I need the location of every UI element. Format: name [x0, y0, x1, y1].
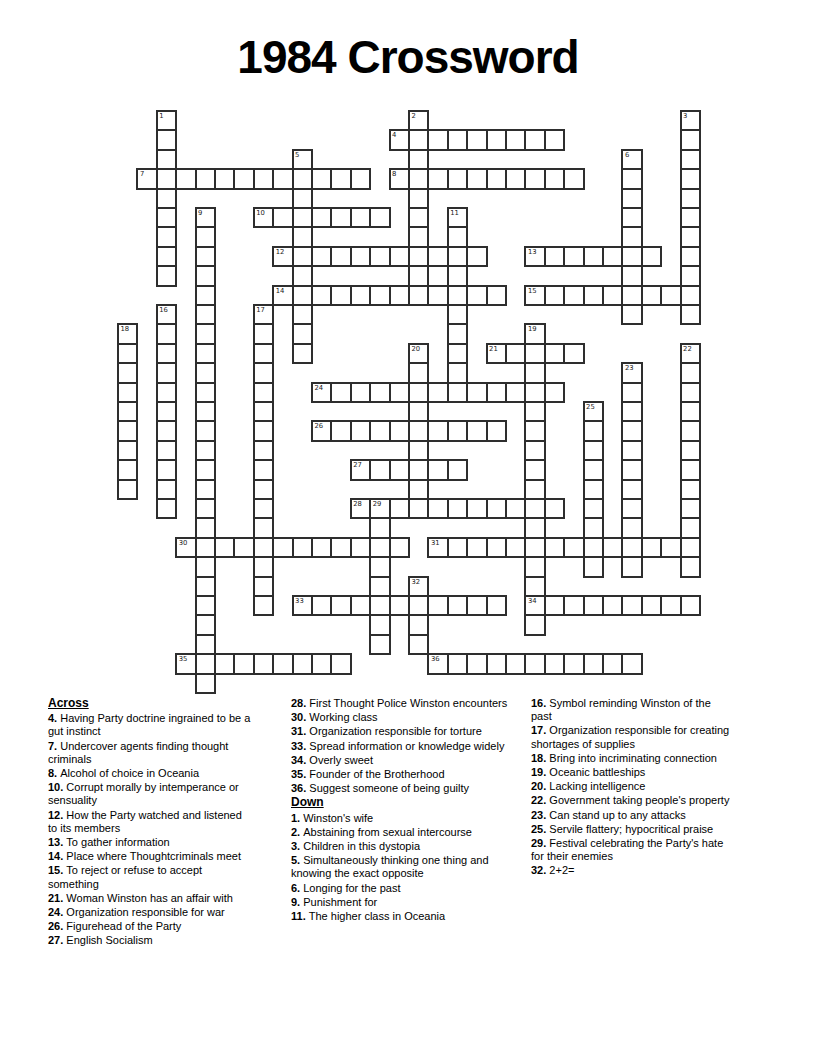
grid-cell[interactable] [175, 168, 196, 189]
grid-cell[interactable] [621, 285, 642, 306]
grid-cell[interactable] [330, 168, 351, 189]
grid-cell[interactable] [195, 653, 216, 674]
grid-cell[interactable]: 28 [350, 498, 371, 519]
grid-cell[interactable] [292, 207, 313, 228]
grid-cell[interactable] [680, 420, 701, 441]
grid-cell[interactable] [292, 323, 313, 344]
grid-cell[interactable] [214, 537, 235, 558]
grid-cell[interactable] [563, 595, 584, 616]
grid-cell[interactable] [544, 382, 565, 403]
grid-cell[interactable] [156, 323, 177, 344]
grid-cell[interactable] [156, 188, 177, 209]
grid-cell[interactable] [583, 595, 604, 616]
grid-cell[interactable] [680, 246, 701, 267]
grid-cell[interactable]: 1 [156, 110, 177, 131]
grid-cell[interactable] [195, 265, 216, 286]
grid-cell[interactable] [505, 653, 526, 674]
grid-cell[interactable] [680, 498, 701, 519]
grid-cell[interactable] [195, 673, 216, 694]
grid-cell[interactable] [195, 304, 216, 325]
grid-cell[interactable] [233, 653, 254, 674]
grid-cell[interactable] [447, 226, 468, 247]
grid-cell[interactable] [117, 382, 138, 403]
grid-cell[interactable] [524, 653, 545, 674]
grid-cell[interactable] [330, 420, 351, 441]
grid-cell[interactable] [583, 459, 604, 480]
grid-cell[interactable] [389, 420, 410, 441]
grid-cell[interactable] [505, 537, 526, 558]
grid-cell[interactable] [621, 246, 642, 267]
grid-cell[interactable]: 31 [427, 537, 448, 558]
grid-cell[interactable] [369, 576, 390, 597]
grid-cell[interactable] [350, 285, 371, 306]
grid-cell[interactable] [544, 246, 565, 267]
grid-cell[interactable] [253, 653, 274, 674]
grid-cell[interactable] [195, 343, 216, 364]
grid-cell[interactable] [427, 246, 448, 267]
grid-cell[interactable] [156, 479, 177, 500]
grid-cell[interactable] [544, 595, 565, 616]
grid-cell[interactable] [660, 285, 681, 306]
grid-cell[interactable] [524, 614, 545, 635]
grid-cell[interactable] [408, 265, 429, 286]
grid-cell[interactable] [524, 401, 545, 422]
grid-cell[interactable] [330, 537, 351, 558]
grid-cell[interactable] [660, 537, 681, 558]
grid-cell[interactable] [563, 168, 584, 189]
grid-cell[interactable] [447, 420, 468, 441]
grid-cell[interactable] [621, 304, 642, 325]
grid-cell[interactable] [195, 614, 216, 635]
grid-cell[interactable] [330, 653, 351, 674]
grid-cell[interactable] [447, 265, 468, 286]
grid-cell[interactable] [621, 653, 642, 674]
grid-cell[interactable] [408, 401, 429, 422]
grid-cell[interactable] [544, 498, 565, 519]
grid-cell[interactable] [253, 323, 274, 344]
grid-cell[interactable] [408, 459, 429, 480]
grid-cell[interactable] [486, 498, 507, 519]
grid-cell[interactable] [214, 168, 235, 189]
grid-cell[interactable] [253, 401, 274, 422]
grid-cell[interactable] [524, 362, 545, 383]
grid-cell[interactable]: 22 [680, 343, 701, 364]
grid-cell[interactable] [427, 168, 448, 189]
grid-cell[interactable] [195, 459, 216, 480]
grid-cell[interactable] [524, 343, 545, 364]
grid-cell[interactable] [253, 479, 274, 500]
grid-cell[interactable] [389, 498, 410, 519]
grid-cell[interactable] [292, 343, 313, 364]
grid-cell[interactable] [330, 382, 351, 403]
grid-cell[interactable] [156, 343, 177, 364]
grid-cell[interactable]: 12 [272, 246, 293, 267]
grid-cell[interactable] [156, 362, 177, 383]
grid-cell[interactable]: 3 [680, 110, 701, 131]
grid-cell[interactable] [253, 517, 274, 538]
grid-cell[interactable] [195, 537, 216, 558]
grid-cell[interactable] [621, 556, 642, 577]
grid-cell[interactable] [680, 459, 701, 480]
grid-cell[interactable] [583, 420, 604, 441]
grid-cell[interactable]: 14 [272, 285, 293, 306]
grid-cell[interactable] [544, 129, 565, 150]
grid-cell[interactable] [350, 537, 371, 558]
grid-cell[interactable] [544, 168, 565, 189]
grid-cell[interactable] [253, 168, 274, 189]
grid-cell[interactable] [524, 420, 545, 441]
grid-cell[interactable]: 32 [408, 576, 429, 597]
grid-cell[interactable] [583, 653, 604, 674]
grid-cell[interactable] [195, 401, 216, 422]
grid-cell[interactable] [408, 362, 429, 383]
grid-cell[interactable] [621, 226, 642, 247]
grid-cell[interactable] [408, 420, 429, 441]
grid-cell[interactable] [117, 420, 138, 441]
grid-cell[interactable] [117, 479, 138, 500]
grid-cell[interactable] [621, 188, 642, 209]
grid-cell[interactable] [350, 595, 371, 616]
grid-cell[interactable] [641, 285, 662, 306]
grid-cell[interactable] [680, 304, 701, 325]
grid-cell[interactable] [408, 634, 429, 655]
grid-cell[interactable] [253, 459, 274, 480]
grid-cell[interactable] [621, 401, 642, 422]
grid-cell[interactable] [544, 343, 565, 364]
grid-cell[interactable] [680, 440, 701, 461]
grid-cell[interactable] [447, 246, 468, 267]
grid-cell[interactable] [524, 440, 545, 461]
grid-cell[interactable] [427, 382, 448, 403]
grid-cell[interactable] [621, 440, 642, 461]
grid-cell[interactable] [311, 207, 332, 228]
grid-cell[interactable] [117, 401, 138, 422]
grid-cell[interactable] [680, 401, 701, 422]
grid-cell[interactable] [621, 207, 642, 228]
grid-cell[interactable] [447, 382, 468, 403]
grid-cell[interactable]: 33 [292, 595, 313, 616]
grid-cell[interactable] [680, 285, 701, 306]
grid-cell[interactable]: 20 [408, 343, 429, 364]
grid-cell[interactable] [680, 168, 701, 189]
grid-cell[interactable] [524, 498, 545, 519]
grid-cell[interactable] [253, 595, 274, 616]
grid-cell[interactable] [311, 595, 332, 616]
grid-cell[interactable] [563, 246, 584, 267]
grid-cell[interactable] [524, 382, 545, 403]
grid-cell[interactable] [195, 168, 216, 189]
grid-cell[interactable] [466, 129, 487, 150]
grid-cell[interactable] [292, 265, 313, 286]
grid-cell[interactable] [505, 498, 526, 519]
grid-cell[interactable] [447, 595, 468, 616]
grid-cell[interactable] [641, 537, 662, 558]
grid-cell[interactable] [117, 362, 138, 383]
grid-cell[interactable]: 8 [389, 168, 410, 189]
grid-cell[interactable] [602, 595, 623, 616]
grid-cell[interactable] [466, 653, 487, 674]
grid-cell[interactable] [524, 517, 545, 538]
grid-cell[interactable] [466, 285, 487, 306]
grid-cell[interactable]: 7 [136, 168, 157, 189]
grid-cell[interactable] [253, 440, 274, 461]
grid-cell[interactable] [117, 343, 138, 364]
grid-cell[interactable] [486, 537, 507, 558]
grid-cell[interactable] [524, 556, 545, 577]
grid-cell[interactable] [389, 595, 410, 616]
grid-cell[interactable] [272, 168, 293, 189]
grid-cell[interactable] [583, 285, 604, 306]
grid-cell[interactable] [408, 226, 429, 247]
grid-cell[interactable]: 26 [311, 420, 332, 441]
grid-cell[interactable]: 25 [583, 401, 604, 422]
grid-cell[interactable]: 34 [524, 595, 545, 616]
grid-cell[interactable]: 17 [253, 304, 274, 325]
grid-cell[interactable] [156, 226, 177, 247]
grid-cell[interactable] [156, 129, 177, 150]
grid-cell[interactable] [369, 459, 390, 480]
grid-cell[interactable] [253, 537, 274, 558]
grid-cell[interactable] [369, 207, 390, 228]
grid-cell[interactable] [602, 285, 623, 306]
grid-cell[interactable] [350, 382, 371, 403]
grid-cell[interactable] [292, 226, 313, 247]
grid-cell[interactable] [583, 517, 604, 538]
grid-cell[interactable] [408, 440, 429, 461]
grid-cell[interactable] [195, 595, 216, 616]
grid-cell[interactable] [272, 653, 293, 674]
grid-cell[interactable] [447, 362, 468, 383]
grid-cell[interactable] [330, 285, 351, 306]
grid-cell[interactable] [369, 285, 390, 306]
grid-cell[interactable] [427, 129, 448, 150]
grid-cell[interactable] [583, 479, 604, 500]
grid-cell[interactable]: 19 [524, 323, 545, 344]
grid-cell[interactable] [583, 440, 604, 461]
grid-cell[interactable] [156, 265, 177, 286]
grid-cell[interactable]: 15 [524, 285, 545, 306]
grid-cell[interactable] [447, 168, 468, 189]
grid-cell[interactable] [369, 382, 390, 403]
grid-cell[interactable] [408, 207, 429, 228]
grid-cell[interactable] [195, 498, 216, 519]
grid-cell[interactable] [195, 634, 216, 655]
grid-cell[interactable] [447, 653, 468, 674]
grid-cell[interactable] [621, 537, 642, 558]
grid-cell[interactable] [408, 479, 429, 500]
grid-cell[interactable] [253, 498, 274, 519]
grid-cell[interactable] [292, 188, 313, 209]
grid-cell[interactable] [466, 537, 487, 558]
grid-cell[interactable] [427, 285, 448, 306]
grid-cell[interactable] [369, 246, 390, 267]
grid-cell[interactable] [253, 420, 274, 441]
grid-cell[interactable] [233, 168, 254, 189]
grid-cell[interactable] [389, 537, 410, 558]
grid-cell[interactable] [563, 653, 584, 674]
grid-cell[interactable] [389, 246, 410, 267]
grid-cell[interactable]: 10 [253, 207, 274, 228]
grid-cell[interactable] [253, 556, 274, 577]
grid-cell[interactable] [156, 207, 177, 228]
grid-cell[interactable] [408, 188, 429, 209]
grid-cell[interactable] [292, 285, 313, 306]
grid-cell[interactable] [602, 246, 623, 267]
grid-cell[interactable] [408, 285, 429, 306]
grid-cell[interactable]: 9 [195, 207, 216, 228]
grid-cell[interactable] [660, 595, 681, 616]
grid-cell[interactable] [505, 382, 526, 403]
grid-cell[interactable] [311, 653, 332, 674]
grid-cell[interactable] [621, 382, 642, 403]
grid-cell[interactable] [408, 614, 429, 635]
grid-cell[interactable] [369, 595, 390, 616]
grid-cell[interactable] [253, 362, 274, 383]
grid-cell[interactable] [680, 226, 701, 247]
grid-cell[interactable] [408, 149, 429, 170]
grid-cell[interactable] [427, 459, 448, 480]
grid-cell[interactable] [233, 537, 254, 558]
grid-cell[interactable] [195, 382, 216, 403]
grid-cell[interactable] [602, 537, 623, 558]
grid-cell[interactable] [447, 459, 468, 480]
grid-cell[interactable]: 35 [175, 653, 196, 674]
grid-cell[interactable] [524, 168, 545, 189]
grid-cell[interactable] [408, 498, 429, 519]
grid-cell[interactable]: 4 [389, 129, 410, 150]
grid-cell[interactable] [156, 440, 177, 461]
grid-cell[interactable] [583, 556, 604, 577]
grid-cell[interactable] [311, 285, 332, 306]
grid-cell[interactable]: 29 [369, 498, 390, 519]
grid-cell[interactable] [544, 653, 565, 674]
grid-cell[interactable] [524, 459, 545, 480]
grid-cell[interactable] [466, 382, 487, 403]
grid-cell[interactable] [330, 595, 351, 616]
grid-cell[interactable] [253, 343, 274, 364]
grid-cell[interactable] [680, 556, 701, 577]
grid-cell[interactable] [195, 479, 216, 500]
grid-cell[interactable] [680, 537, 701, 558]
grid-cell[interactable] [447, 129, 468, 150]
grid-cell[interactable] [486, 285, 507, 306]
grid-cell[interactable] [369, 537, 390, 558]
grid-cell[interactable] [195, 285, 216, 306]
grid-cell[interactable] [292, 653, 313, 674]
grid-cell[interactable] [389, 459, 410, 480]
grid-cell[interactable] [117, 459, 138, 480]
grid-cell[interactable] [486, 595, 507, 616]
grid-cell[interactable] [680, 265, 701, 286]
grid-cell[interactable] [195, 246, 216, 267]
grid-cell[interactable] [680, 362, 701, 383]
grid-cell[interactable] [563, 343, 584, 364]
grid-cell[interactable] [427, 420, 448, 441]
grid-cell[interactable] [292, 304, 313, 325]
grid-cell[interactable]: 27 [350, 459, 371, 480]
grid-cell[interactable] [350, 246, 371, 267]
grid-cell[interactable]: 30 [175, 537, 196, 558]
grid-cell[interactable] [524, 537, 545, 558]
grid-cell[interactable] [447, 343, 468, 364]
grid-cell[interactable] [544, 285, 565, 306]
grid-cell[interactable] [621, 498, 642, 519]
grid-cell[interactable] [621, 517, 642, 538]
grid-cell[interactable] [156, 246, 177, 267]
grid-cell[interactable] [253, 576, 274, 597]
grid-cell[interactable] [292, 168, 313, 189]
grid-cell[interactable] [195, 576, 216, 597]
grid-cell[interactable] [544, 537, 565, 558]
grid-cell[interactable]: 18 [117, 323, 138, 344]
grid-cell[interactable]: 23 [621, 362, 642, 383]
grid-cell[interactable] [641, 246, 662, 267]
grid-cell[interactable] [447, 323, 468, 344]
grid-cell[interactable] [408, 129, 429, 150]
grid-cell[interactable] [350, 168, 371, 189]
grid-cell[interactable] [486, 653, 507, 674]
grid-cell[interactable] [427, 498, 448, 519]
grid-cell[interactable] [195, 517, 216, 538]
grid-cell[interactable] [369, 420, 390, 441]
grid-cell[interactable] [330, 207, 351, 228]
grid-cell[interactable] [524, 479, 545, 500]
grid-cell[interactable] [524, 129, 545, 150]
grid-cell[interactable] [195, 362, 216, 383]
grid-cell[interactable] [253, 382, 274, 403]
grid-cell[interactable] [408, 382, 429, 403]
grid-cell[interactable] [621, 595, 642, 616]
grid-cell[interactable] [389, 382, 410, 403]
grid-cell[interactable]: 16 [156, 304, 177, 325]
grid-cell[interactable] [680, 207, 701, 228]
grid-cell[interactable] [466, 246, 487, 267]
grid-cell[interactable] [621, 168, 642, 189]
grid-cell[interactable] [195, 226, 216, 247]
grid-cell[interactable] [447, 498, 468, 519]
grid-cell[interactable] [427, 595, 448, 616]
grid-cell[interactable] [369, 614, 390, 635]
grid-cell[interactable]: 13 [524, 246, 545, 267]
grid-cell[interactable] [466, 595, 487, 616]
grid-cell[interactable] [408, 595, 429, 616]
grid-cell[interactable]: 6 [621, 149, 642, 170]
grid-cell[interactable]: 21 [486, 343, 507, 364]
grid-cell[interactable] [563, 537, 584, 558]
grid-cell[interactable] [680, 479, 701, 500]
grid-cell[interactable] [466, 420, 487, 441]
grid-cell[interactable] [369, 556, 390, 577]
grid-cell[interactable] [195, 556, 216, 577]
grid-cell[interactable]: 24 [311, 382, 332, 403]
grid-cell[interactable] [621, 420, 642, 441]
grid-cell[interactable] [621, 479, 642, 500]
grid-cell[interactable] [156, 168, 177, 189]
grid-cell[interactable] [486, 420, 507, 441]
grid-cell[interactable] [680, 517, 701, 538]
grid-cell[interactable] [680, 149, 701, 170]
grid-cell[interactable] [117, 440, 138, 461]
grid-cell[interactable] [680, 188, 701, 209]
grid-cell[interactable] [350, 207, 371, 228]
grid-cell[interactable] [408, 246, 429, 267]
grid-cell[interactable] [447, 304, 468, 325]
grid-cell[interactable] [408, 168, 429, 189]
grid-cell[interactable] [311, 168, 332, 189]
grid-cell[interactable] [156, 459, 177, 480]
grid-cell[interactable] [621, 265, 642, 286]
grid-cell[interactable] [621, 459, 642, 480]
